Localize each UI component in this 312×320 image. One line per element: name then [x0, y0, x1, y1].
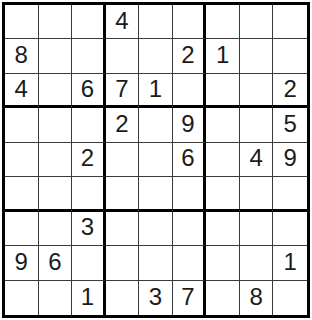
cell-r5c5-empty[interactable] [139, 143, 173, 177]
cell-r6c7-empty[interactable] [206, 177, 240, 211]
cell-r9c8-given: 8 [240, 281, 274, 315]
cell-r2c3-empty[interactable] [72, 39, 106, 73]
cell-r9c1-empty[interactable] [5, 281, 39, 315]
cell-r8c2-given: 6 [39, 246, 73, 280]
cell-r4c4-given: 2 [106, 108, 140, 142]
cell-r5c3-given: 2 [72, 143, 106, 177]
cell-r4c9-given: 5 [273, 108, 307, 142]
cell-r9c4-empty[interactable] [106, 281, 140, 315]
cell-r6c6-empty[interactable] [173, 177, 207, 211]
cell-r4c1-empty[interactable] [5, 108, 39, 142]
cell-r6c9-empty[interactable] [273, 177, 307, 211]
cell-r2c9-empty[interactable] [273, 39, 307, 73]
cell-r6c8-empty[interactable] [240, 177, 274, 211]
cell-r5c6-given: 6 [173, 143, 207, 177]
cell-r8c3-empty[interactable] [72, 246, 106, 280]
cell-r9c7-empty[interactable] [206, 281, 240, 315]
cell-r9c5-given: 3 [139, 281, 173, 315]
cell-r3c5-given: 1 [139, 74, 173, 108]
cell-r7c9-empty[interactable] [273, 212, 307, 246]
cell-r2c6-given: 2 [173, 39, 207, 73]
cell-r4c2-empty[interactable] [39, 108, 73, 142]
cell-r5c4-empty[interactable] [106, 143, 140, 177]
cell-r9c6-given: 7 [173, 281, 207, 315]
cell-r8c1-given: 9 [5, 246, 39, 280]
cell-r6c4-empty[interactable] [106, 177, 140, 211]
cell-r7c5-empty[interactable] [139, 212, 173, 246]
cell-r1c5-empty[interactable] [139, 5, 173, 39]
cell-r5c9-given: 9 [273, 143, 307, 177]
cell-r5c1-empty[interactable] [5, 143, 39, 177]
cell-r3c9-given: 2 [273, 74, 307, 108]
cell-r1c7-empty[interactable] [206, 5, 240, 39]
cell-r8c6-empty[interactable] [173, 246, 207, 280]
cell-r9c9-empty[interactable] [273, 281, 307, 315]
cell-r4c7-empty[interactable] [206, 108, 240, 142]
cell-r1c1-empty[interactable] [5, 5, 39, 39]
cell-r4c5-empty[interactable] [139, 108, 173, 142]
cell-r2c8-empty[interactable] [240, 39, 274, 73]
cell-r1c3-empty[interactable] [72, 5, 106, 39]
cell-r8c8-empty[interactable] [240, 246, 274, 280]
cell-r4c6-given: 9 [173, 108, 207, 142]
cell-r3c4-given: 7 [106, 74, 140, 108]
cell-r4c8-empty[interactable] [240, 108, 274, 142]
cell-r9c2-empty[interactable] [39, 281, 73, 315]
cell-r2c1-given: 8 [5, 39, 39, 73]
cell-r7c2-empty[interactable] [39, 212, 73, 246]
cell-r3c7-empty[interactable] [206, 74, 240, 108]
cell-r2c7-given: 1 [206, 39, 240, 73]
cell-r1c8-empty[interactable] [240, 5, 274, 39]
cell-r3c3-given: 6 [72, 74, 106, 108]
cell-r8c5-empty[interactable] [139, 246, 173, 280]
cell-r3c1-given: 4 [5, 74, 39, 108]
cell-r3c6-empty[interactable] [173, 74, 207, 108]
cell-r2c5-empty[interactable] [139, 39, 173, 73]
cell-r5c2-empty[interactable] [39, 143, 73, 177]
cell-r2c4-empty[interactable] [106, 39, 140, 73]
cell-r6c1-empty[interactable] [5, 177, 39, 211]
cell-r7c6-empty[interactable] [173, 212, 207, 246]
sudoku-page: 482146712295264939611378 [0, 0, 312, 320]
cell-r7c3-given: 3 [72, 212, 106, 246]
cell-r8c4-empty[interactable] [106, 246, 140, 280]
cell-r4c3-empty[interactable] [72, 108, 106, 142]
cell-r1c6-empty[interactable] [173, 5, 207, 39]
cell-r7c1-empty[interactable] [5, 212, 39, 246]
cell-r1c4-given: 4 [106, 5, 140, 39]
cell-r5c7-empty[interactable] [206, 143, 240, 177]
cell-r7c8-empty[interactable] [240, 212, 274, 246]
cell-r3c8-empty[interactable] [240, 74, 274, 108]
cell-r7c7-empty[interactable] [206, 212, 240, 246]
cell-r8c9-given: 1 [273, 246, 307, 280]
cell-r6c5-empty[interactable] [139, 177, 173, 211]
cell-r2c2-empty[interactable] [39, 39, 73, 73]
cell-r7c4-empty[interactable] [106, 212, 140, 246]
cell-r5c8-given: 4 [240, 143, 274, 177]
cell-r3c2-empty[interactable] [39, 74, 73, 108]
cell-r8c7-empty[interactable] [206, 246, 240, 280]
cell-r1c9-empty[interactable] [273, 5, 307, 39]
cell-r9c3-given: 1 [72, 281, 106, 315]
cell-r6c3-empty[interactable] [72, 177, 106, 211]
cell-r1c2-empty[interactable] [39, 5, 73, 39]
sudoku-board: 482146712295264939611378 [2, 2, 310, 318]
cell-r6c2-empty[interactable] [39, 177, 73, 211]
